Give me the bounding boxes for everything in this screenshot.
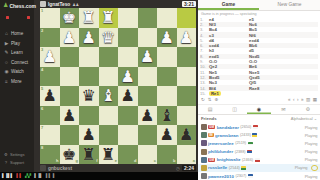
square-g1[interactable]: ♚: [60, 8, 80, 28]
panel-tab-icon[interactable]: ◫: [222, 105, 246, 114]
flag-icon: [248, 142, 253, 146]
playback-icon[interactable]: ▦: [313, 97, 317, 102]
flag-icon: [255, 158, 260, 162]
move-number: 12.: [200, 75, 209, 80]
white-move[interactable]: Ne5: [209, 70, 249, 75]
friend-username[interactable]: pawnee2010: [208, 174, 234, 179]
move-action-icon[interactable]: ⊕: [215, 97, 219, 102]
square-g3[interactable]: [60, 47, 80, 67]
clock-icon: ◷: [176, 166, 180, 171]
move-number: 11.: [200, 70, 209, 75]
move-number: 4.: [200, 33, 209, 38]
ticker-fragment: ▌▐▌▌: [2, 172, 13, 180]
square-g7[interactable]: [60, 125, 80, 145]
white-rook-e1[interactable]: ♜: [99, 8, 119, 28]
square-b6[interactable]: ♝: [157, 106, 177, 126]
loading-spinner-icon: [311, 165, 318, 172]
square-f7[interactable]: ♟: [79, 125, 99, 145]
friend-username[interactable]: jemersonlee: [208, 141, 234, 146]
black-rook-e8[interactable]: ♜: [99, 145, 119, 165]
move-list: 1.e4e52.Nf3Nc63.Bc4Bc54.c3Nf65.d4exd46.c…: [198, 17, 320, 96]
friends-list: GMbandabear(2650)PlayingIMgramsbean(2433…: [198, 123, 320, 180]
right-panel: GameNew Game Game is in progress — spect…: [198, 0, 320, 180]
move-number: 5.: [200, 38, 209, 43]
square-g6[interactable]: ♟: [60, 106, 80, 126]
ticker-fragment: ▌▌: [16, 172, 22, 180]
sidebar-item-support[interactable]: ?Support: [0, 158, 34, 166]
square-a2[interactable]: ♟: [177, 28, 197, 48]
white-pawn-f2[interactable]: ♟: [79, 28, 99, 48]
friend-row[interactable]: pawnee2010(2307)Playing: [198, 172, 320, 180]
rank-label: 7: [41, 126, 43, 130]
sidebar-item-label: Play: [11, 41, 20, 46]
file-label: h: [56, 159, 58, 163]
square-a7[interactable]: ♟: [177, 125, 197, 145]
black-pawn-a7[interactable]: ♟: [177, 125, 197, 145]
white-move[interactable]: Qe2: [209, 64, 249, 69]
black-move[interactable]: Nf6: [249, 33, 289, 38]
black-move[interactable]: Rae8: [249, 86, 289, 91]
square-a1[interactable]: [177, 8, 197, 28]
square-c7[interactable]: [138, 125, 158, 145]
settings-icon: ⚙: [4, 152, 8, 157]
flag-icon: [241, 166, 246, 170]
rank-label: 8: [41, 146, 43, 150]
black-pawn-d5[interactable]: ♟: [118, 86, 138, 106]
ticker-fragment: ▌▐▌: [34, 172, 43, 180]
friend-rating: (2433): [240, 133, 251, 137]
white-move[interactable]: Nf3: [209, 22, 249, 27]
home-icon: ⌂: [4, 31, 9, 36]
alert-dot[interactable]: [27, 16, 30, 19]
flag-icon: [247, 150, 252, 154]
bottom-player-clock: 2:24: [182, 165, 196, 172]
square-h8[interactable]: 8h: [40, 145, 60, 165]
friend-avatar: [201, 132, 207, 138]
panel-tab-icon[interactable]: ▤: [198, 105, 222, 114]
black-pawn-b7[interactable]: ♟: [157, 125, 177, 145]
square-h5[interactable]: 5♟: [40, 86, 60, 106]
square-e8[interactable]: e♜: [99, 145, 119, 165]
rank-label: 2: [41, 29, 43, 33]
move-number: 13.: [200, 80, 209, 85]
sidebar-item-label: Settings: [10, 152, 24, 157]
friend-status: Playing: [305, 149, 318, 154]
video-overlay-ticker: ▌▐▌▌▌▌▞▞▌▐▌▌▌▐: [0, 172, 198, 180]
square-f8[interactable]: f♜: [79, 145, 99, 165]
sidebar-item-more[interactable]: ≡More: [0, 77, 34, 87]
move-number: 3.: [200, 27, 209, 32]
friend-avatar: [201, 149, 207, 155]
black-move[interactable]: Qxd5: [249, 75, 289, 80]
friend-row[interactable]: russbelle(2544)Playing: [198, 164, 320, 172]
black-pawn-h5[interactable]: ♟: [40, 86, 60, 106]
square-g8[interactable]: g♚: [60, 145, 80, 165]
sidebar-item-label: Home: [11, 31, 23, 36]
square-h6[interactable]: 6: [40, 106, 60, 126]
playback-icon[interactable]: ‹: [293, 97, 295, 102]
square-c8[interactable]: c: [138, 145, 158, 165]
square-d2[interactable]: [118, 28, 138, 48]
square-f2[interactable]: ♟: [79, 28, 99, 48]
sidebar-item-label: Connect: [11, 60, 28, 65]
white-move[interactable]: exd5: [209, 54, 249, 59]
friend-rating: (2544): [229, 166, 240, 170]
black-move[interactable]: Bb6: [249, 43, 289, 48]
black-pawn-c6[interactable]: ♟: [138, 106, 158, 126]
square-g2[interactable]: ♟: [60, 28, 80, 48]
move-number: 6.: [200, 43, 209, 48]
sidebar-item-learn[interactable]: ✎Learn: [0, 48, 34, 58]
title-badge: GM: [208, 158, 215, 163]
rank-label: 6: [41, 107, 43, 111]
friend-avatar: [201, 173, 207, 179]
square-b8[interactable]: b: [157, 145, 177, 165]
black-rook-f8[interactable]: ♜: [79, 145, 99, 165]
friend-row[interactable]: IMgramsbean(2433)Playing: [198, 131, 320, 139]
playback-icon[interactable]: »: [301, 97, 304, 102]
playback-icon[interactable]: «: [288, 97, 291, 102]
friend-avatar: [201, 124, 207, 130]
black-pawn-g6[interactable]: ♟: [60, 106, 80, 126]
white-move[interactable]: e4: [209, 17, 249, 22]
panel-tab-icon[interactable]: ✉: [271, 105, 295, 114]
square-h3[interactable]: 3♟: [40, 47, 60, 67]
square-b2[interactable]: ♟: [157, 28, 177, 48]
white-pawn-d4[interactable]: ♟: [118, 67, 138, 87]
black-move[interactable]: O-O: [249, 59, 289, 64]
white-move[interactable]: Re1: [209, 91, 249, 96]
black-move[interactable]: Be6: [249, 64, 289, 69]
black-move[interactable]: exd4: [249, 38, 289, 43]
tab-game[interactable]: Game: [198, 0, 259, 10]
playback-icon[interactable]: ▥: [306, 97, 310, 102]
chess-board[interactable]: 1♚♜♜2♟♟♛♟♟3♟♟4♟5♟♛♝♟6♟♟♝7♟♟♟8hg♚f♜e♜dcba: [40, 8, 196, 164]
sidebar-item-home[interactable]: ⌂Home: [0, 29, 34, 39]
square-d7[interactable]: [118, 125, 138, 145]
friend-status: Playing: [305, 125, 318, 130]
square-c6[interactable]: ♟: [138, 106, 158, 126]
square-c1[interactable]: [138, 8, 158, 28]
move-number: 8.: [200, 54, 209, 59]
friend-username[interactable]: russbelle: [208, 165, 227, 170]
bottom-player-bar: gnbuckest ◷ 2:24: [40, 165, 196, 172]
square-e5[interactable]: ♝: [99, 86, 119, 106]
title-badge: IM: [208, 133, 214, 138]
move-number: 7.: [200, 48, 209, 53]
white-move[interactable]: cxd4: [209, 43, 249, 48]
friend-rating: (2466): [242, 158, 253, 162]
black-move[interactable]: e5: [249, 17, 289, 22]
white-pawn-b2[interactable]: ♟: [157, 28, 177, 48]
square-a4[interactable]: [177, 67, 197, 87]
black-move[interactable]: Nc6: [249, 22, 289, 27]
square-h4[interactable]: 4: [40, 67, 60, 87]
square-e1[interactable]: ♜: [99, 8, 119, 28]
friend-status: Playing: [305, 174, 318, 179]
black-bishop-b6[interactable]: ♝: [157, 106, 177, 126]
black-move[interactable]: Bc5: [249, 27, 289, 32]
sidebar-nav: ⌂Home▶Play✎Learn☺Connect◉Watch≡More: [0, 29, 34, 86]
sidebar: ♟ Chess.com ⌂Home▶Play✎Learn☺Connect◉Wat…: [0, 0, 34, 180]
title-badge: GM: [208, 125, 215, 130]
white-bishop-e5[interactable]: ♝: [99, 86, 119, 106]
move-action-icons: ↻⇅⊕: [201, 97, 218, 102]
playback-icon[interactable]: ›: [297, 97, 299, 102]
white-pawn-c3[interactable]: ♟: [138, 47, 158, 67]
square-b3[interactable]: [157, 47, 177, 67]
panel-tab-icon[interactable]: ◉: [247, 105, 271, 114]
friend-username[interactable]: knightwaltz: [217, 157, 241, 162]
sidebar-item-label: More: [11, 79, 21, 84]
square-g5[interactable]: [60, 86, 80, 106]
friend-status: Playing: [305, 133, 318, 138]
friend-username[interactable]: bandabear: [217, 125, 239, 130]
sidebar-item-label: Learn: [11, 50, 23, 55]
friend-avatar: [201, 157, 207, 163]
friend-rating: (2650): [240, 125, 251, 129]
square-h2[interactable]: 2: [40, 28, 60, 48]
panel-tab-icon[interactable]: ⚙: [296, 105, 320, 114]
file-label: a: [193, 159, 195, 163]
square-f5[interactable]: ♛: [79, 86, 99, 106]
pawn-logo-icon: ♟: [3, 2, 8, 9]
black-king-g8[interactable]: ♚: [60, 145, 80, 165]
move-number: 1.: [200, 17, 209, 22]
square-f6[interactable]: [79, 106, 99, 126]
captured-pieces: ♟♟: [72, 2, 78, 7]
sidebar-item-play[interactable]: ▶Play: [0, 39, 34, 49]
square-c4[interactable]: [138, 67, 158, 87]
black-move[interactable]: Nxd5: [249, 54, 289, 59]
file-label: c: [154, 159, 156, 163]
sort-dropdown[interactable]: Alphabetical ⌄: [291, 116, 317, 121]
ticker-fragment: ▌▌▐: [46, 172, 55, 180]
app-root: ♟ Chess.com ⌂Home▶Play✎Learn☺Connect◉Wat…: [0, 0, 320, 180]
square-b7[interactable]: ♟: [157, 125, 177, 145]
friend-row[interactable]: philiblunder(2388)Playing: [198, 148, 320, 156]
friend-avatar: [201, 140, 207, 146]
playback-controls: «‹›»▥▦: [288, 97, 317, 102]
white-move[interactable]: O-O: [209, 59, 249, 64]
white-queen-e2[interactable]: ♛: [99, 28, 119, 48]
black-move[interactable]: d5: [249, 48, 289, 53]
friend-avatar: [201, 165, 207, 171]
white-move[interactable]: Bf4: [209, 86, 249, 91]
white-move[interactable]: Bxd5: [209, 75, 249, 80]
white-move[interactable]: Nc3: [209, 80, 249, 85]
square-c2[interactable]: [138, 28, 158, 48]
square-e2[interactable]: ♛: [99, 28, 119, 48]
white-pawn-g2[interactable]: ♟: [60, 28, 80, 48]
white-pawn-h3[interactable]: ♟: [40, 47, 60, 67]
sidebar-item-connect[interactable]: ☺Connect: [0, 58, 34, 68]
logo-text: Chess.com: [9, 3, 36, 9]
square-d4[interactable]: ♟: [118, 67, 138, 87]
tab-new-game[interactable]: New Game: [259, 0, 320, 10]
friend-rating: (2388): [235, 150, 246, 154]
move-number: 9.: [200, 59, 209, 64]
square-e4[interactable]: [99, 67, 119, 87]
white-rook-f1[interactable]: ♜: [79, 8, 99, 28]
panel-tabstrip: ▤◫◉✉⚙: [198, 104, 320, 115]
square-b4[interactable]: [157, 67, 177, 87]
top-player-name[interactable]: IgnatTeso: [48, 2, 70, 7]
sidebar-item-settings[interactable]: ⚙Settings: [0, 150, 34, 158]
square-d3[interactable]: [118, 47, 138, 67]
more-icon: ≡: [4, 79, 9, 84]
black-pawn-f7[interactable]: ♟: [79, 125, 99, 145]
square-b1[interactable]: [157, 8, 177, 28]
square-f3[interactable]: [79, 47, 99, 67]
move-number: 10.: [200, 64, 209, 69]
top-player-bar: IgnatTeso ♟♟ 3:21: [40, 1, 196, 8]
move-controls: ↻⇅⊕ «‹›»▥▦: [198, 96, 320, 104]
move-number: 2.: [200, 22, 209, 27]
square-a6[interactable]: [177, 106, 197, 126]
top-player-clock: 3:21: [182, 1, 196, 8]
square-h1[interactable]: 1: [40, 8, 60, 28]
square-a5[interactable]: [177, 86, 197, 106]
move-action-icon[interactable]: ↻: [201, 97, 205, 102]
panel-tabs: GameNew Game: [198, 0, 320, 11]
friend-row[interactable]: GMbandabear(2650)Playing: [198, 123, 320, 131]
friend-username[interactable]: gramsbean: [215, 133, 238, 138]
white-pawn-a2[interactable]: ♟: [177, 28, 197, 48]
notification-badges: [0, 16, 34, 20]
square-c3[interactable]: ♟: [138, 47, 158, 67]
white-move[interactable]: h3: [209, 48, 249, 53]
white-move[interactable]: c3: [209, 33, 249, 38]
square-d6[interactable]: [118, 106, 138, 126]
notification-dot[interactable]: [6, 16, 9, 19]
black-move[interactable]: Qf5: [249, 80, 289, 85]
friend-status: Playing: [305, 157, 318, 162]
white-move[interactable]: d4: [209, 38, 249, 43]
file-label: d: [134, 159, 136, 163]
friend-status: Playing: [295, 165, 308, 170]
white-king-g1[interactable]: ♚: [60, 8, 80, 28]
black-move[interactable]: Nxe5: [249, 70, 289, 75]
square-a8[interactable]: a: [177, 145, 197, 165]
square-c5[interactable]: [138, 86, 158, 106]
bottom-player-name[interactable]: gnbuckest: [48, 166, 72, 171]
sidebar-bottom: ⚙Settings?Support: [0, 150, 34, 166]
rank-label: 1: [41, 9, 43, 13]
square-d5[interactable]: ♟: [118, 86, 138, 106]
learn-icon: ✎: [4, 50, 9, 55]
friend-row[interactable]: GMknightwaltz(2466)Playing: [198, 156, 320, 164]
chesscom-logo[interactable]: ♟ Chess.com: [3, 2, 36, 9]
square-h7[interactable]: 7: [40, 125, 60, 145]
square-a3[interactable]: [177, 47, 197, 67]
friend-row[interactable]: jemersonlee(2519)Playing: [198, 139, 320, 147]
flag-icon: [253, 125, 258, 129]
square-e6[interactable]: [99, 106, 119, 126]
sidebar-item-label: Support: [10, 160, 24, 165]
square-d1[interactable]: [118, 8, 138, 28]
flag-icon: [252, 133, 257, 137]
square-b5[interactable]: [157, 86, 177, 106]
white-move[interactable]: Bc4: [209, 27, 249, 32]
square-e7[interactable]: [99, 125, 119, 145]
bottom-player-avatar[interactable]: [40, 165, 46, 171]
connect-icon: ☺: [4, 60, 9, 65]
friend-rating: (2307): [235, 174, 246, 178]
square-f4[interactable]: [79, 67, 99, 87]
top-player-avatar[interactable]: [40, 1, 46, 7]
support-icon: ?: [4, 160, 8, 165]
sidebar-item-watch[interactable]: ◉Watch: [0, 67, 34, 77]
watch-icon: ◉: [4, 69, 9, 74]
sidebar-item-label: Watch: [11, 69, 24, 74]
play-icon: ▶: [4, 41, 9, 46]
list-header: Friends Alphabetical ⌄: [198, 115, 320, 123]
square-d8[interactable]: d: [118, 145, 138, 165]
friend-status: Playing: [305, 141, 318, 146]
friend-rating: (2519): [235, 141, 246, 145]
black-queen-f5[interactable]: ♛: [79, 86, 99, 106]
move-number: 14.: [200, 86, 209, 91]
friend-username[interactable]: philiblunder: [208, 149, 233, 154]
file-label: b: [173, 159, 175, 163]
rank-label: 4: [41, 68, 43, 72]
square-e3[interactable]: [99, 47, 119, 67]
square-f1[interactable]: ♜: [79, 8, 99, 28]
move-action-icon[interactable]: ⇅: [208, 97, 212, 102]
ticker-fragment: ▞▞: [25, 172, 31, 180]
flag-icon: [248, 174, 253, 178]
square-g4[interactable]: [60, 67, 80, 87]
move-number: 15.: [200, 91, 209, 96]
list-title: Friends: [201, 116, 217, 121]
